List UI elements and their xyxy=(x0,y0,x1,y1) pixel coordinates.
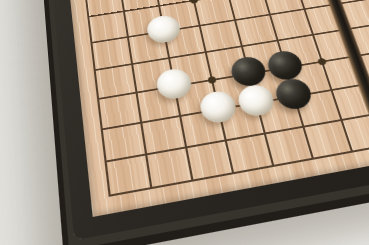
board-intersections: ●●●●●●● xyxy=(56,0,369,217)
go-board: ●●●●●●● xyxy=(42,0,369,240)
white-stone: ● xyxy=(145,14,182,45)
star-point xyxy=(317,58,327,66)
star-point xyxy=(190,0,199,4)
board-frame: ●●●●●●● xyxy=(42,0,369,240)
board-wood-surface: ●●●●●●● xyxy=(58,0,369,217)
intersection xyxy=(169,160,216,202)
intersection xyxy=(128,167,175,209)
intersection xyxy=(87,175,133,218)
white-stone: ● xyxy=(155,67,194,101)
white-stone: ● xyxy=(198,89,239,125)
star-point xyxy=(207,76,216,84)
board-grid: ●●●●●●● xyxy=(72,0,369,197)
photo-background: Angled photo of a folding magnetic 13x13… xyxy=(0,0,369,245)
white-stone: ● xyxy=(235,83,277,118)
